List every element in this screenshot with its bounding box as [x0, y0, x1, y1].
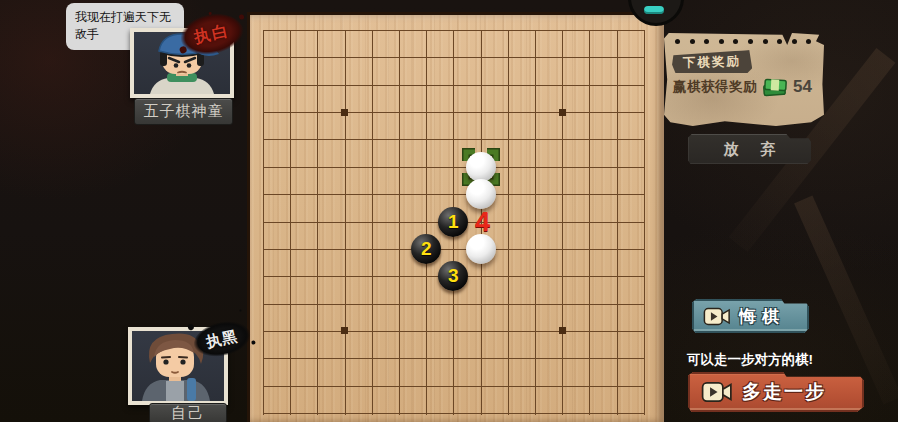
reward-line: 赢棋获得奖励 54	[673, 77, 812, 97]
stone-white	[466, 234, 496, 264]
reward-desc-text: 赢棋获得奖励	[673, 78, 757, 96]
note-hole	[792, 39, 797, 44]
note-hole	[763, 39, 768, 44]
undo-button[interactable]: 悔棋	[692, 299, 809, 333]
star-point	[341, 327, 348, 334]
reward-note: 下棋奖励 赢棋获得奖励 54	[664, 33, 824, 126]
undo-button-label: 悔棋	[739, 305, 785, 328]
note-holes	[675, 39, 811, 44]
money-icon	[762, 77, 788, 97]
note-hole	[719, 39, 724, 44]
stone-black-1: 1	[438, 207, 468, 237]
last-move-number-marker: 4	[473, 208, 493, 236]
move-number-label: 1	[448, 211, 459, 233]
stone-white	[466, 179, 496, 209]
extra-move-button[interactable]: 多走一步	[688, 372, 864, 412]
reward-title-text: 下棋奖励	[683, 54, 741, 70]
opponent-name: 五子棋神童	[134, 98, 233, 125]
forfeit-button-label: 放 弃	[723, 140, 784, 157]
reward-title-badge: 下棋奖励	[672, 50, 753, 75]
move-number-label: 3	[448, 265, 459, 287]
note-hole	[690, 39, 695, 44]
extra-move-button-label: 多走一步	[742, 379, 826, 405]
opponent-side-stamp-text: 执白	[192, 20, 232, 48]
star-point	[559, 109, 566, 116]
timer-indicator-icon	[644, 6, 664, 14]
opponent-name-text: 五子棋神童	[144, 102, 224, 121]
player-name-text: 自己	[171, 404, 205, 422]
extra-move-hint: 可以走一步对方的棋!	[687, 351, 813, 369]
note-hole	[748, 39, 753, 44]
background-beam	[794, 195, 898, 404]
note-hole	[733, 39, 738, 44]
note-hole	[675, 39, 680, 44]
star-point	[559, 327, 566, 334]
player-name: 自己	[149, 403, 227, 422]
star-point	[341, 109, 348, 116]
stone-white	[466, 152, 496, 182]
video-camera-icon	[701, 379, 733, 405]
note-hole	[806, 39, 811, 44]
gomoku-game-screen: 1234 我现在打遍天下无敌手 执白 五子棋神童	[0, 0, 898, 422]
note-hole	[777, 39, 782, 44]
move-number-label: 2	[421, 238, 432, 260]
player-side-stamp-text: 执黑	[204, 326, 239, 351]
forfeit-button[interactable]: 放 弃	[688, 134, 811, 164]
note-hole	[704, 39, 709, 44]
reward-amount: 54	[793, 77, 812, 97]
stone-black-2: 2	[411, 234, 441, 264]
video-camera-icon	[703, 305, 731, 328]
